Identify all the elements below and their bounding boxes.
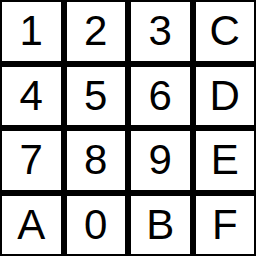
keypad-key-2[interactable]: 2: [67, 2, 126, 61]
keypad-key-9[interactable]: 9: [131, 131, 190, 190]
keypad-key-8[interactable]: 8: [67, 131, 126, 190]
keypad-key-E[interactable]: E: [196, 131, 255, 190]
keypad-key-A[interactable]: A: [2, 196, 61, 255]
keypad-key-7[interactable]: 7: [2, 131, 61, 190]
keypad-key-3[interactable]: 3: [131, 2, 190, 61]
keypad-key-1[interactable]: 1: [2, 2, 61, 61]
keypad-key-0[interactable]: 0: [67, 196, 126, 255]
keypad-key-F[interactable]: F: [196, 196, 255, 255]
keypad-key-4[interactable]: 4: [2, 67, 61, 126]
keypad-key-D[interactable]: D: [196, 67, 255, 126]
hex-keypad-board: 123C456D789EA0BF: [0, 0, 256, 256]
keypad-key-C[interactable]: C: [196, 2, 255, 61]
keypad-key-6[interactable]: 6: [131, 67, 190, 126]
keypad-key-5[interactable]: 5: [67, 67, 126, 126]
keypad-key-B[interactable]: B: [131, 196, 190, 255]
